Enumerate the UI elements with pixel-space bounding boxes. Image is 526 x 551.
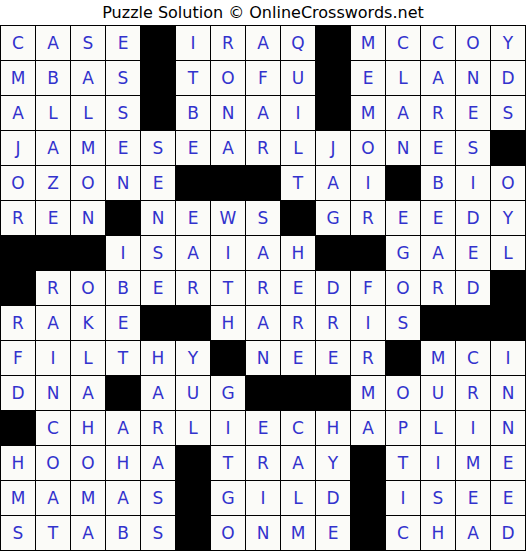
letter-cell-r11c7: G — [211, 376, 245, 410]
letter-cell-r3c9: I — [281, 96, 315, 130]
letter-cell-r9c3: K — [71, 306, 105, 340]
letter-cell-r6c7: W — [211, 201, 245, 235]
letter-cell-r15c1: S — [1, 516, 35, 550]
letter-cell-r12c9: C — [281, 411, 315, 445]
letter-cell-r12c8: E — [246, 411, 280, 445]
letter-cell-r15c10: E — [316, 516, 350, 550]
letter-cell-r10c5: H — [141, 341, 175, 375]
letter-cell-r15c5: S — [141, 516, 175, 550]
letter-cell-r14c9: L — [281, 481, 315, 515]
letter-cell-r15c3: A — [71, 516, 105, 550]
letter-cell-r2c2: B — [36, 61, 70, 95]
letter-cell-r8c6: R — [176, 271, 210, 305]
letter-cell-r7c14: E — [456, 236, 490, 270]
letter-cell-r11c6: U — [176, 376, 210, 410]
letter-cell-r9c8: A — [246, 306, 280, 340]
letter-cell-r2c6: T — [176, 61, 210, 95]
letter-cell-r10c1: F — [1, 341, 35, 375]
letter-cell-r5c3: O — [71, 166, 105, 200]
letter-cell-r14c3: M — [71, 481, 105, 515]
letter-cell-r6c11: R — [351, 201, 385, 235]
letter-cell-r12c15: N — [491, 411, 525, 445]
letter-cell-r12c7: I — [211, 411, 245, 445]
block-cell-r8c15 — [491, 271, 525, 305]
letter-cell-r5c9: T — [281, 166, 315, 200]
letter-cell-r13c14: M — [456, 446, 490, 480]
letter-cell-r5c14: I — [456, 166, 490, 200]
block-cell-r13c6 — [176, 446, 210, 480]
letter-cell-r6c2: E — [36, 201, 70, 235]
letter-cell-r5c13: B — [421, 166, 455, 200]
letter-cell-r4c2: A — [36, 131, 70, 165]
letter-cell-r3c6: B — [176, 96, 210, 130]
letter-cell-r15c15: D — [491, 516, 525, 550]
letter-cell-r8c9: E — [281, 271, 315, 305]
block-cell-r3c5 — [141, 96, 175, 130]
letter-cell-r7c12: G — [386, 236, 420, 270]
letter-cell-r4c4: E — [106, 131, 140, 165]
letter-cell-r6c1: R — [1, 201, 35, 235]
letter-cell-r8c7: T — [211, 271, 245, 305]
letter-cell-r11c13: U — [421, 376, 455, 410]
letter-cell-r4c11: O — [351, 131, 385, 165]
letter-cell-r1c11: M — [351, 26, 385, 60]
letter-cell-r10c6: Y — [176, 341, 210, 375]
block-cell-r11c9 — [281, 376, 315, 410]
letter-cell-r3c12: A — [386, 96, 420, 130]
letter-cell-r2c7: O — [211, 61, 245, 95]
letter-cell-r5c10: A — [316, 166, 350, 200]
letter-cell-r5c2: Z — [36, 166, 70, 200]
letter-cell-r3c4: S — [106, 96, 140, 130]
letter-cell-r4c6: E — [176, 131, 210, 165]
block-cell-r9c5 — [141, 306, 175, 340]
letter-cell-r11c15: N — [491, 376, 525, 410]
letter-cell-r14c7: G — [211, 481, 245, 515]
letter-cell-r4c8: R — [246, 131, 280, 165]
letter-cell-r11c1: D — [1, 376, 35, 410]
letter-cell-r12c11: A — [351, 411, 385, 445]
block-cell-r4c15 — [491, 131, 525, 165]
letter-cell-r1c12: C — [386, 26, 420, 60]
letter-cell-r6c12: E — [386, 201, 420, 235]
letter-cell-r9c4: E — [106, 306, 140, 340]
letter-cell-r12c14: I — [456, 411, 490, 445]
block-cell-r11c10 — [316, 376, 350, 410]
letter-cell-r7c13: A — [421, 236, 455, 270]
letter-cell-r14c4: A — [106, 481, 140, 515]
letter-cell-r12c12: P — [386, 411, 420, 445]
letter-cell-r15c13: H — [421, 516, 455, 550]
block-cell-r5c7 — [211, 166, 245, 200]
letter-cell-r8c14: D — [456, 271, 490, 305]
letter-cell-r4c13: E — [421, 131, 455, 165]
letter-cell-r1c7: R — [211, 26, 245, 60]
letter-cell-r15c12: C — [386, 516, 420, 550]
letter-cell-r13c1: H — [1, 446, 35, 480]
block-cell-r5c8 — [246, 166, 280, 200]
letter-cell-r14c14: E — [456, 481, 490, 515]
letter-cell-r12c10: H — [316, 411, 350, 445]
letter-cell-r14c15: E — [491, 481, 525, 515]
letter-cell-r7c8: A — [246, 236, 280, 270]
block-cell-r9c6 — [176, 306, 210, 340]
letter-cell-r10c10: E — [316, 341, 350, 375]
letter-cell-r2c15: D — [491, 61, 525, 95]
letter-cell-r11c12: O — [386, 376, 420, 410]
block-cell-r14c11 — [351, 481, 385, 515]
puzzle-title: Puzzle Solution © OnlineCrosswords.net — [102, 3, 424, 22]
letter-cell-r12c6: L — [176, 411, 210, 445]
letter-cell-r6c10: G — [316, 201, 350, 235]
block-cell-r7c2 — [36, 236, 70, 270]
letter-cell-r7c15: L — [491, 236, 525, 270]
letter-cell-r2c11: E — [351, 61, 385, 95]
letter-cell-r5c11: I — [351, 166, 385, 200]
letter-cell-r3c3: L — [71, 96, 105, 130]
block-cell-r9c15 — [491, 306, 525, 340]
block-cell-r5c6 — [176, 166, 210, 200]
letter-cell-r10c14: C — [456, 341, 490, 375]
letter-cell-r7c7: I — [211, 236, 245, 270]
letter-cell-r14c8: I — [246, 481, 280, 515]
letter-cell-r4c1: J — [1, 131, 35, 165]
letter-cell-r9c9: R — [281, 306, 315, 340]
block-cell-r7c10 — [316, 236, 350, 270]
letter-cell-r7c5: S — [141, 236, 175, 270]
letter-cell-r3c2: L — [36, 96, 70, 130]
letter-cell-r5c1: O — [1, 166, 35, 200]
letter-cell-r1c9: Q — [281, 26, 315, 60]
block-cell-r5c12 — [386, 166, 420, 200]
letter-cell-r8c13: R — [421, 271, 455, 305]
letter-cell-r3c15: S — [491, 96, 525, 130]
letter-cell-r8c10: D — [316, 271, 350, 305]
letter-cell-r3c13: R — [421, 96, 455, 130]
block-cell-r12c1 — [1, 411, 35, 445]
block-cell-r9c13 — [421, 306, 455, 340]
letter-cell-r7c4: I — [106, 236, 140, 270]
block-cell-r2c10 — [316, 61, 350, 95]
letter-cell-r10c11: R — [351, 341, 385, 375]
letter-cell-r6c14: D — [456, 201, 490, 235]
letter-cell-r6c5: N — [141, 201, 175, 235]
letter-cell-r11c5: A — [141, 376, 175, 410]
letter-cell-r8c3: O — [71, 271, 105, 305]
letter-cell-r1c6: I — [176, 26, 210, 60]
letter-cell-r11c14: R — [456, 376, 490, 410]
letter-cell-r4c3: M — [71, 131, 105, 165]
letter-cell-r14c10: D — [316, 481, 350, 515]
block-cell-r9c14 — [456, 306, 490, 340]
letter-cell-r2c13: A — [421, 61, 455, 95]
letter-cell-r2c12: L — [386, 61, 420, 95]
letter-cell-r8c5: E — [141, 271, 175, 305]
letter-cell-r2c9: U — [281, 61, 315, 95]
block-cell-r7c11 — [351, 236, 385, 270]
letter-cell-r5c4: N — [106, 166, 140, 200]
letter-cell-r15c14: A — [456, 516, 490, 550]
title-bar: Puzzle Solution © OnlineCrosswords.net — [0, 0, 526, 25]
letter-cell-r12c3: H — [71, 411, 105, 445]
letter-cell-r8c12: O — [386, 271, 420, 305]
block-cell-r6c9 — [281, 201, 315, 235]
block-cell-r11c8 — [246, 376, 280, 410]
letter-cell-r2c3: A — [71, 61, 105, 95]
letter-cell-r13c13: I — [421, 446, 455, 480]
letter-cell-r6c3: N — [71, 201, 105, 235]
letter-cell-r1c4: E — [106, 26, 140, 60]
letter-cell-r1c15: Y — [491, 26, 525, 60]
block-cell-r11c4 — [106, 376, 140, 410]
letter-cell-r15c9: M — [281, 516, 315, 550]
letter-cell-r11c11: M — [351, 376, 385, 410]
letter-cell-r13c3: O — [71, 446, 105, 480]
letter-cell-r13c9: A — [281, 446, 315, 480]
letter-cell-r13c8: R — [246, 446, 280, 480]
letter-cell-r11c3: A — [71, 376, 105, 410]
letter-cell-r12c2: C — [36, 411, 70, 445]
letter-cell-r9c1: R — [1, 306, 35, 340]
letter-cell-r11c2: N — [36, 376, 70, 410]
block-cell-r7c1 — [1, 236, 35, 270]
letter-cell-r10c4: T — [106, 341, 140, 375]
letter-cell-r2c8: F — [246, 61, 280, 95]
puzzle-page: Puzzle Solution © OnlineCrosswords.net C… — [0, 0, 526, 551]
letter-cell-r1c2: A — [36, 26, 70, 60]
letter-cell-r1c3: S — [71, 26, 105, 60]
letter-cell-r9c10: R — [316, 306, 350, 340]
letter-cell-r6c6: E — [176, 201, 210, 235]
letter-cell-r3c14: E — [456, 96, 490, 130]
letter-cell-r15c4: B — [106, 516, 140, 550]
letter-cell-r4c10: J — [316, 131, 350, 165]
letter-cell-r1c8: A — [246, 26, 280, 60]
block-cell-r2c5 — [141, 61, 175, 95]
letter-cell-r15c8: N — [246, 516, 280, 550]
block-cell-r10c7 — [211, 341, 245, 375]
letter-cell-r13c15: E — [491, 446, 525, 480]
letter-cell-r9c2: A — [36, 306, 70, 340]
letter-cell-r10c2: I — [36, 341, 70, 375]
letter-cell-r4c9: L — [281, 131, 315, 165]
letter-cell-r3c7: N — [211, 96, 245, 130]
letter-cell-r13c2: O — [36, 446, 70, 480]
letter-cell-r8c8: R — [246, 271, 280, 305]
letter-cell-r10c15: I — [491, 341, 525, 375]
crossword-grid: CASEIRAQMCCOYMBASTOFUELANDALLSBNAIMARESJ… — [0, 25, 526, 551]
letter-cell-r13c7: T — [211, 446, 245, 480]
letter-cell-r4c14: S — [456, 131, 490, 165]
letter-cell-r14c2: A — [36, 481, 70, 515]
letter-cell-r3c1: A — [1, 96, 35, 130]
block-cell-r15c6 — [176, 516, 210, 550]
letter-cell-r13c10: Y — [316, 446, 350, 480]
letter-cell-r6c8: S — [246, 201, 280, 235]
letter-cell-r10c9: E — [281, 341, 315, 375]
letter-cell-r2c4: S — [106, 61, 140, 95]
letter-cell-r1c14: O — [456, 26, 490, 60]
letter-cell-r14c13: S — [421, 481, 455, 515]
block-cell-r13c11 — [351, 446, 385, 480]
block-cell-r6c4 — [106, 201, 140, 235]
letter-cell-r7c9: H — [281, 236, 315, 270]
letter-cell-r14c5: S — [141, 481, 175, 515]
block-cell-r1c10 — [316, 26, 350, 60]
letter-cell-r15c7: O — [211, 516, 245, 550]
letter-cell-r5c15: O — [491, 166, 525, 200]
letter-cell-r12c4: A — [106, 411, 140, 445]
letter-cell-r4c5: S — [141, 131, 175, 165]
letter-cell-r5c5: E — [141, 166, 175, 200]
letter-cell-r10c3: L — [71, 341, 105, 375]
letter-cell-r8c4: B — [106, 271, 140, 305]
letter-cell-r10c8: N — [246, 341, 280, 375]
letter-cell-r13c5: A — [141, 446, 175, 480]
block-cell-r10c12 — [386, 341, 420, 375]
letter-cell-r9c7: H — [211, 306, 245, 340]
letter-cell-r14c1: M — [1, 481, 35, 515]
letter-cell-r6c13: E — [421, 201, 455, 235]
letter-cell-r13c4: H — [106, 446, 140, 480]
letter-cell-r3c8: A — [246, 96, 280, 130]
letter-cell-r15c2: T — [36, 516, 70, 550]
block-cell-r1c5 — [141, 26, 175, 60]
letter-cell-r10c13: M — [421, 341, 455, 375]
letter-cell-r9c11: I — [351, 306, 385, 340]
block-cell-r3c10 — [316, 96, 350, 130]
letter-cell-r9c12: S — [386, 306, 420, 340]
letter-cell-r4c7: A — [211, 131, 245, 165]
block-cell-r15c11 — [351, 516, 385, 550]
letter-cell-r1c13: C — [421, 26, 455, 60]
block-cell-r7c3 — [71, 236, 105, 270]
block-cell-r14c6 — [176, 481, 210, 515]
letter-cell-r8c2: R — [36, 271, 70, 305]
letter-cell-r3c11: M — [351, 96, 385, 130]
letter-cell-r8c11: F — [351, 271, 385, 305]
letter-cell-r12c13: L — [421, 411, 455, 445]
letter-cell-r4c12: N — [386, 131, 420, 165]
letter-cell-r7c6: A — [176, 236, 210, 270]
letter-cell-r2c1: M — [1, 61, 35, 95]
letter-cell-r13c12: T — [386, 446, 420, 480]
letter-cell-r6c15: Y — [491, 201, 525, 235]
block-cell-r8c1 — [1, 271, 35, 305]
letter-cell-r12c5: R — [141, 411, 175, 445]
letter-cell-r1c1: C — [1, 26, 35, 60]
letter-cell-r14c12: I — [386, 481, 420, 515]
letter-cell-r2c14: N — [456, 61, 490, 95]
